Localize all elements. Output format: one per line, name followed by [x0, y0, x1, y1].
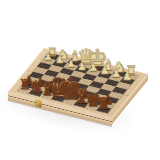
piece-white-bishop: ♝ — [102, 57, 116, 73]
piece-white-pawn: ♟ — [89, 63, 99, 74]
piece-white-pawn: ♟ — [111, 68, 121, 79]
piece-white-knight: ♞ — [113, 61, 126, 75]
piece-black-queen: ♛ — [47, 75, 71, 102]
pieces-layer: ♜♞♝♛♚♝♞♜♟♟♟♟♟♟♟♟♟♟♟♟♟♟♟♟♜♞♝♛♚♝♞♜ — [0, 0, 160, 160]
piece-black-rook: ♜ — [97, 95, 111, 111]
piece-white-pawn: ♟ — [77, 60, 87, 71]
piece-black-pawn: ♟ — [57, 83, 68, 95]
piece-white-pawn: ♟ — [100, 66, 110, 77]
piece-black-pawn: ♟ — [102, 93, 114, 106]
piece-black-pawn: ♟ — [24, 75, 34, 87]
piece-black-knight: ♞ — [29, 78, 44, 94]
piece-black-bishop: ♝ — [39, 79, 56, 97]
piece-white-pawn: ♟ — [55, 55, 64, 65]
piece-black-pawn: ♟ — [68, 85, 79, 98]
piece-white-queen: ♛ — [76, 46, 95, 67]
piece-white-rook: ♜ — [125, 65, 137, 78]
piece-black-pawn: ♟ — [91, 91, 103, 104]
piece-white-knight: ♞ — [58, 48, 70, 61]
piece-black-bishop: ♝ — [73, 87, 90, 106]
piece-white-pawn: ♟ — [122, 71, 132, 82]
product-photo-chess-set: ♜♞♝♛♚♝♞♜♟♟♟♟♟♟♟♟♟♟♟♟♟♟♟♟♜♞♝♛♚♝♞♜ — [0, 0, 160, 160]
piece-white-bishop: ♝ — [68, 49, 81, 64]
piece-black-rook: ♜ — [18, 77, 31, 91]
piece-black-knight: ♞ — [85, 91, 101, 109]
piece-white-pawn: ♟ — [66, 58, 75, 68]
piece-black-pawn: ♟ — [46, 80, 57, 92]
piece-black-pawn: ♟ — [35, 77, 46, 89]
piece-white-king: ♚ — [87, 47, 108, 71]
piece-black-pawn: ♟ — [79, 88, 90, 101]
piece-white-pawn: ♟ — [44, 52, 53, 62]
piece-black-king: ♚ — [57, 75, 83, 105]
piece-white-rook: ♜ — [47, 46, 57, 57]
